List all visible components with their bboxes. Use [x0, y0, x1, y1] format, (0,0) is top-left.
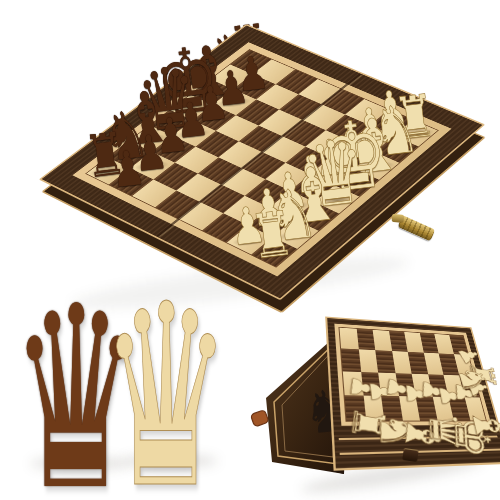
- piece-contact-shadow: [214, 70, 249, 83]
- piece-contact-shadow: [237, 80, 272, 93]
- piece-contact-shadow: [340, 177, 375, 190]
- piece-dark-pawn: ♟: [223, 30, 322, 87]
- piece-dark-rook: ♜: [199, 13, 299, 79]
- piece-contact-shadow: [278, 229, 313, 242]
- piece-contact-shadow: [217, 96, 252, 109]
- piece-contact-shadow: [234, 55, 269, 68]
- stored-light-bishop: ♝: [465, 407, 500, 445]
- piece-contact-shadow: [253, 217, 288, 230]
- piece-contact-shadow: [111, 149, 146, 162]
- piece-contact-shadow: [174, 101, 209, 114]
- folded-board-latch: [402, 448, 419, 462]
- folded-board-face: ♟♟♟♟♟♟♟♟♜♞♝♛♚♝♟♜♞: [325, 316, 500, 470]
- piece-contact-shadow: [256, 65, 291, 78]
- piece-contact-shadow: [375, 116, 410, 129]
- stored-light-knight: ♞: [452, 366, 494, 395]
- piece-contact-shadow: [90, 165, 125, 178]
- piece-contact-shadow: [232, 234, 267, 247]
- piece-contact-shadow: [132, 133, 167, 146]
- piece-contact-shadow: [153, 117, 188, 130]
- piece-contact-shadow: [196, 111, 231, 124]
- piece-contact-shadow: [194, 86, 229, 99]
- piece-contact-shadow: [274, 199, 309, 212]
- piece-contact-shadow: [335, 149, 370, 162]
- product-photo-scene: ♜♞♝♛♚♝♞♜♟♟♟♟♟♟♟♟♟♟♟♟♟♟♟♟♜♞♝♛♚♝♞♜ ♛ ♛ ♞ ♟…: [0, 0, 500, 500]
- piece-contact-shadow: [176, 127, 211, 140]
- piece-contact-shadow: [360, 160, 395, 173]
- piece-contact-shadow: [295, 182, 330, 195]
- piece-contact-shadow: [134, 160, 169, 173]
- showcase-light-queen: ♛: [93, 271, 239, 500]
- piece-contact-shadow: [380, 143, 415, 156]
- piece-contact-shadow: [315, 165, 350, 178]
- fold-knob: [250, 410, 269, 427]
- piece-contact-shadow: [355, 132, 390, 145]
- piece-contact-shadow: [113, 176, 148, 189]
- piece-contact-shadow: [320, 194, 355, 207]
- piece-contact-shadow: [257, 246, 292, 259]
- piece-contact-shadow: [299, 211, 334, 224]
- piece-contact-shadow: [399, 127, 434, 140]
- piece-contact-shadow: [155, 143, 190, 156]
